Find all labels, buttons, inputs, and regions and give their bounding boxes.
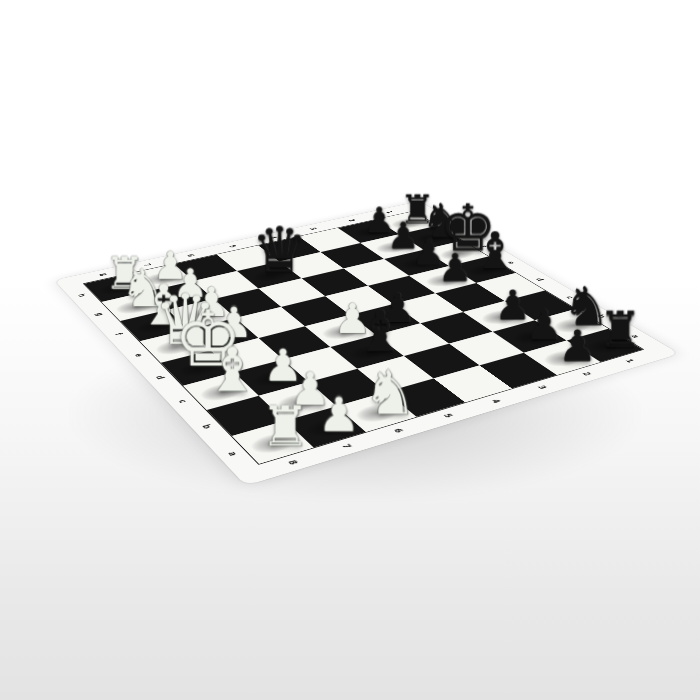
- chess-photo-scene: 87654321 87654321 hgfedcba hgfedcba ♜♟♟♜…: [0, 0, 700, 700]
- piece-contact-shadow: [151, 337, 201, 358]
- piece-contact-shadow: [159, 287, 205, 305]
- piece-contact-shadow: [362, 311, 410, 330]
- piece-contact-shadow: [350, 401, 405, 426]
- piece-contact-shadow: [247, 367, 299, 389]
- square-d5: [325, 286, 393, 315]
- piece-contact-shadow: [549, 316, 598, 335]
- piece-contact-shadow: [179, 306, 226, 325]
- piece-contact-shadow: [506, 327, 556, 347]
- piece-contact-shadow: [272, 390, 326, 414]
- piece-contact-shadow: [246, 430, 302, 456]
- piece-contact-shadow: [538, 348, 589, 369]
- piece-contact-shadow: [581, 336, 631, 357]
- piece-black-pawn-g7: ♟: [525, 304, 562, 346]
- piece-contact-shadow: [299, 415, 355, 440]
